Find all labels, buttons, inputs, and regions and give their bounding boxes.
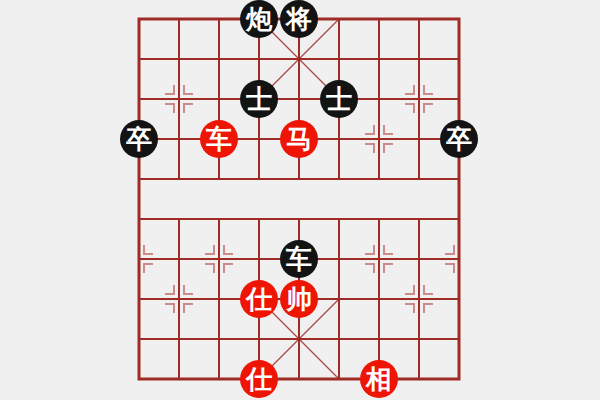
red-general[interactable]: 帅 [280,280,318,318]
cell-5-2: 士 [339,99,379,139]
black-cannon[interactable]: 炮 [240,0,278,38]
cell-4-0: 将 [299,19,339,59]
black-soldier[interactable]: 卒 [440,120,478,158]
black-advisor[interactable]: 士 [320,80,358,118]
black-chariot[interactable]: 车 [280,240,318,278]
red-horse[interactable]: 马 [280,120,318,158]
cell-6-9: 相 [379,379,419,400]
red-chariot[interactable]: 车 [200,120,238,158]
black-advisor[interactable]: 士 [240,80,278,118]
xiangqi-board[interactable]: 炮将士士卒车马卒车仕帅仕相 [120,0,480,400]
cell-4-3: 马 [299,139,339,179]
red-elephant[interactable]: 相 [360,360,398,398]
cell-8-3: 卒 [459,139,499,179]
cell-4-7: 帅 [299,299,339,339]
xiangqi-page: 炮将士士卒车马卒车仕帅仕相 [0,0,600,400]
pieces-grid: 炮将士士卒车马卒车仕帅仕相 [139,19,499,400]
black-soldier[interactable]: 卒 [120,120,158,158]
cell-2-3: 车 [219,139,259,179]
red-advisor[interactable]: 仕 [240,360,278,398]
cell-0-3: 卒 [139,139,179,179]
black-general[interactable]: 将 [280,0,318,38]
cell-3-9: 仕 [259,379,299,400]
red-advisor[interactable]: 仕 [240,280,278,318]
